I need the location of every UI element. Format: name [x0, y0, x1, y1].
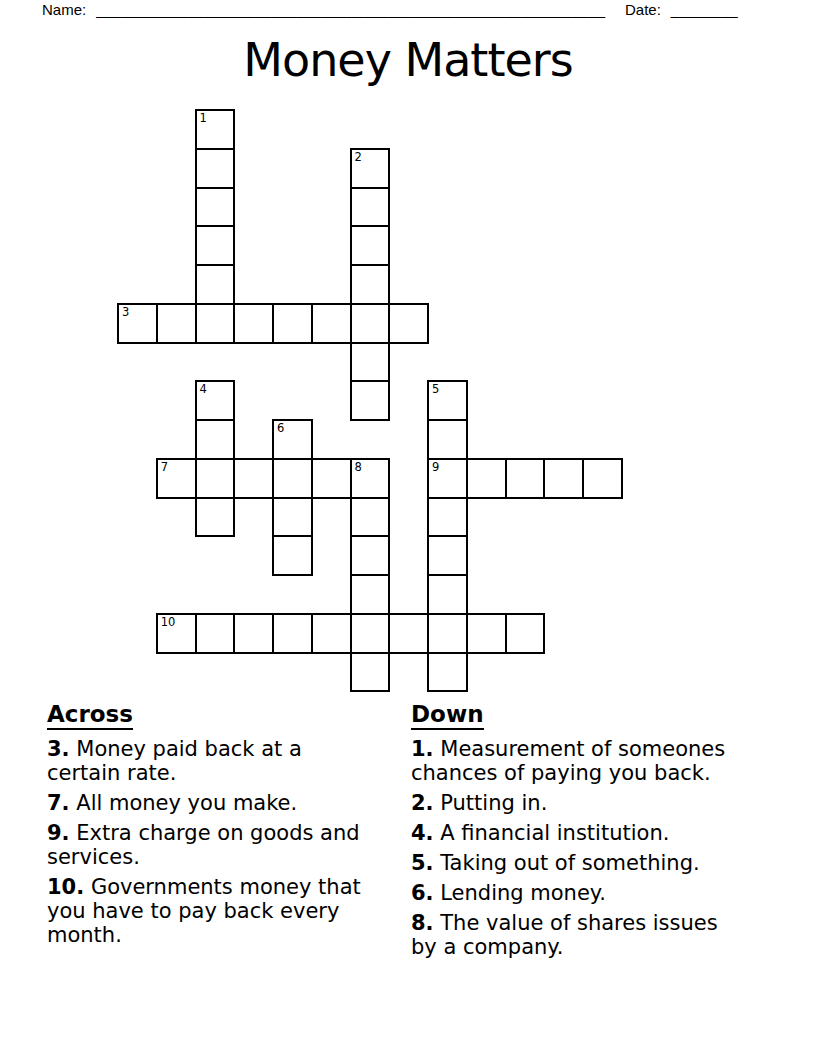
down-clue-6: 6. Lending money. [411, 881, 773, 905]
grid-cell-r8c4[interactable]: 6 [272, 419, 313, 460]
grid-cell-r7c6[interactable] [350, 380, 391, 421]
grid-cell-r9c1[interactable]: 7 [156, 458, 197, 499]
grid-cell-r9c11[interactable] [543, 458, 584, 499]
clue-number-7: 7 [161, 461, 168, 473]
grid-cell-r8c8[interactable] [427, 419, 468, 460]
grid-cell-r9c12[interactable] [582, 458, 623, 499]
grid-cell-r13c1[interactable]: 10 [156, 613, 197, 654]
clue-number-2: 2 [355, 151, 362, 163]
grid-cell-r5c3[interactable] [233, 303, 274, 344]
worksheet-page: Name: __________________________________… [0, 0, 816, 1056]
down-clue-8: 8. The value of shares issues by a compa… [411, 911, 773, 959]
grid-cell-r5c0[interactable]: 3 [117, 303, 158, 344]
grid-cell-r5c5[interactable] [311, 303, 352, 344]
down-heading: Down [411, 702, 484, 730]
name-label: Name: [42, 0, 86, 20]
grid-cell-r7c2[interactable]: 4 [195, 380, 236, 421]
down-clue-4: 4. A financial institution. [411, 821, 773, 845]
clue-number-9: 9 [432, 461, 439, 473]
grid-cell-r5c1[interactable] [156, 303, 197, 344]
down-clues-section: Down 1. Measurement of someones chances … [411, 702, 773, 965]
date-blank-line[interactable]: ________ [671, 0, 738, 20]
date-label: Date: [625, 0, 661, 20]
grid-cell-r13c2[interactable] [195, 613, 236, 654]
grid-cell-r11c8[interactable] [427, 535, 468, 576]
grid-cell-r10c6[interactable] [350, 497, 391, 538]
clue-number-3: 3 [122, 306, 129, 318]
grid-cell-r14c8[interactable] [427, 652, 468, 693]
grid-cell-r4c6[interactable] [350, 264, 391, 305]
grid-cell-r14c6[interactable] [350, 652, 391, 693]
name-blank-line[interactable]: ________________________________________… [96, 0, 605, 20]
date-field-group: Date: ________ [625, 0, 738, 20]
grid-cell-r9c10[interactable] [505, 458, 546, 499]
down-clue-1: 1. Measurement of someones chances of pa… [411, 737, 773, 785]
clue-number-10: 10 [161, 616, 176, 628]
page-title: Money Matters [0, 33, 816, 87]
grid-cell-r13c4[interactable] [272, 613, 313, 654]
grid-cell-r5c2[interactable] [195, 303, 236, 344]
grid-cell-r10c4[interactable] [272, 497, 313, 538]
clue-number-1: 1 [200, 112, 207, 124]
grid-cell-r9c2[interactable] [195, 458, 236, 499]
grid-cell-r3c2[interactable] [195, 225, 236, 266]
clue-text: Governments money that you have to pay b… [47, 875, 361, 947]
grid-cell-r13c9[interactable] [466, 613, 507, 654]
clue-number-label: 2. [411, 791, 434, 815]
grid-cell-r2c6[interactable] [350, 187, 391, 228]
grid-cell-r9c6[interactable]: 8 [350, 458, 391, 499]
down-clue-2: 2. Putting in. [411, 791, 773, 815]
grid-cell-r1c6[interactable]: 2 [350, 148, 391, 189]
clue-text: Money paid back at a certain rate. [47, 737, 302, 785]
clue-number-label: 8. [411, 911, 434, 935]
down-clue-5: 5. Taking out of something. [411, 851, 773, 875]
grid-cell-r10c8[interactable] [427, 497, 468, 538]
across-clue-10: 10. Governments money that you have to p… [47, 875, 399, 947]
grid-cell-r9c5[interactable] [311, 458, 352, 499]
clue-number-label: 9. [47, 821, 70, 845]
grid-cell-r2c2[interactable] [195, 187, 236, 228]
across-clue-7: 7. All money you make. [47, 791, 399, 815]
grid-cell-r6c6[interactable] [350, 342, 391, 383]
down-clue-list: 1. Measurement of someones chances of pa… [411, 737, 773, 959]
clue-text: Measurement of someones chances of payin… [411, 737, 725, 785]
clue-text: Putting in. [434, 791, 548, 815]
clue-number-6: 6 [277, 422, 284, 434]
grid-cell-r8c2[interactable] [195, 419, 236, 460]
clue-number-label: 1. [411, 737, 434, 761]
grid-cell-r13c8[interactable] [427, 613, 468, 654]
grid-cell-r13c5[interactable] [311, 613, 352, 654]
grid-cell-r5c6[interactable] [350, 303, 391, 344]
name-field-group: Name: __________________________________… [42, 0, 605, 20]
clue-number-label: 6. [411, 881, 434, 905]
grid-cell-r12c6[interactable] [350, 574, 391, 615]
grid-cell-r9c4[interactable] [272, 458, 313, 499]
grid-cell-r10c2[interactable] [195, 497, 236, 538]
across-clues-section: Across 3. Money paid back at a certain r… [47, 702, 399, 953]
clue-text: A financial institution. [434, 821, 670, 845]
grid-cell-r13c7[interactable] [388, 613, 429, 654]
clue-number-label: 4. [411, 821, 434, 845]
grid-cell-r5c4[interactable] [272, 303, 313, 344]
grid-cell-r13c10[interactable] [505, 613, 546, 654]
clue-number-8: 8 [355, 461, 362, 473]
grid-cell-r9c8[interactable]: 9 [427, 458, 468, 499]
grid-cell-r11c4[interactable] [272, 535, 313, 576]
clue-number-label: 5. [411, 851, 434, 875]
grid-cell-r9c3[interactable] [233, 458, 274, 499]
across-clue-9: 9. Extra charge on goods and services. [47, 821, 399, 869]
grid-cell-r4c2[interactable] [195, 264, 236, 305]
grid-cell-r1c2[interactable] [195, 148, 236, 189]
grid-cell-r5c7[interactable] [388, 303, 429, 344]
grid-cell-r9c9[interactable] [466, 458, 507, 499]
grid-cell-r12c8[interactable] [427, 574, 468, 615]
across-heading: Across [47, 702, 133, 730]
grid-cell-r0c2[interactable]: 1 [195, 109, 236, 150]
clue-text: Lending money. [434, 881, 606, 905]
across-clue-3: 3. Money paid back at a certain rate. [47, 737, 399, 785]
grid-cell-r3c6[interactable] [350, 225, 391, 266]
clue-text: Extra charge on goods and services. [47, 821, 360, 869]
clue-text: All money you make. [70, 791, 298, 815]
clue-text: Taking out of something. [434, 851, 700, 875]
grid-cell-r13c6[interactable] [350, 613, 391, 654]
clue-number-5: 5 [432, 383, 439, 395]
clue-text: The value of shares issues by a company. [411, 911, 718, 959]
grid-cell-r11c6[interactable] [350, 535, 391, 576]
clue-number-4: 4 [200, 383, 207, 395]
clue-number-label: 10. [47, 875, 84, 899]
grid-cell-r13c3[interactable] [233, 613, 274, 654]
clue-number-label: 3. [47, 737, 70, 761]
across-clue-list: 3. Money paid back at a certain rate.7. … [47, 737, 399, 947]
clue-number-label: 7. [47, 791, 70, 815]
grid-cell-r7c8[interactable]: 5 [427, 380, 468, 421]
crossword-grid: 12345678910 [118, 110, 622, 692]
